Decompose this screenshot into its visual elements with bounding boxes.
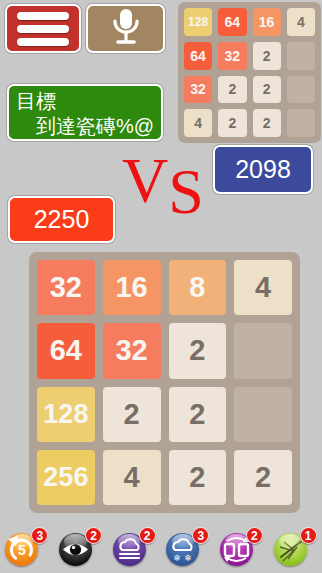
opponent-board: 12864164643223222422 (178, 2, 321, 143)
powerup-snow-button[interactable]: ❄ ❄ 3 (164, 527, 211, 572)
tile-2: 2 (169, 387, 227, 442)
tile-4: 4 (234, 260, 292, 315)
badge-count: 2 (85, 527, 102, 544)
empty-cell (234, 323, 292, 378)
powerup-bar: 5 3 2 2 (0, 527, 322, 572)
powerup-dragonfly-button[interactable]: 1 (272, 527, 319, 572)
microphone-icon (109, 7, 143, 51)
tile-128: 128 (37, 387, 95, 442)
tile-32: 32 (37, 260, 95, 315)
opponent-score-value: 2098 (235, 155, 291, 184)
tile-4: 4 (184, 109, 212, 137)
opponent-score-box: 2098 (213, 145, 313, 194)
tile-32: 32 (184, 76, 212, 104)
tile-2: 2 (253, 76, 281, 104)
svg-text:❄: ❄ (185, 553, 193, 563)
player-score-box: 2250 (8, 196, 115, 243)
tile-32: 32 (218, 42, 246, 70)
powerup-eye-button[interactable]: 2 (57, 527, 104, 572)
badge-count: 3 (31, 527, 48, 544)
microphone-button[interactable] (86, 4, 165, 53)
tile-2: 2 (234, 450, 292, 505)
tile-2: 2 (169, 323, 227, 378)
badge-count: 1 (300, 527, 317, 544)
powerup-undo5-button[interactable]: 5 3 (3, 527, 50, 572)
tile-2: 2 (218, 109, 246, 137)
tile-16: 16 (253, 8, 281, 36)
tile-16: 16 (103, 260, 161, 315)
tile-64: 64 (218, 8, 246, 36)
goal-box: 目標 到達瓷磚%@ (7, 84, 163, 141)
empty-cell (287, 76, 315, 104)
badge-count: 2 (139, 527, 156, 544)
app-background: 12864164643223222422 目標 到達瓷磚%@ 2098 VS 2… (0, 0, 322, 573)
badge-count: 2 (246, 527, 263, 544)
tile-128: 128 (184, 8, 212, 36)
tile-2: 2 (218, 76, 246, 104)
tile-8: 8 (169, 260, 227, 315)
hamburger-menu-icon (17, 38, 69, 46)
player-board[interactable]: 3216846432212822256422 (29, 252, 300, 513)
menu-button[interactable] (5, 4, 81, 53)
tile-32: 32 (103, 323, 161, 378)
tile-64: 64 (184, 42, 212, 70)
empty-cell (287, 42, 315, 70)
tile-4: 4 (287, 8, 315, 36)
empty-cell (287, 109, 315, 137)
tile-2: 2 (253, 109, 281, 137)
powerup-fog-button[interactable]: 2 (111, 527, 158, 572)
tile-2: 2 (253, 42, 281, 70)
player-score-value: 2250 (34, 205, 90, 234)
goal-title: 目標 (16, 89, 154, 114)
svg-text:5: 5 (18, 542, 26, 558)
badge-count: 3 (192, 527, 209, 544)
hamburger-menu-icon (17, 25, 69, 33)
vs-label: VS (118, 150, 208, 220)
powerup-swap-button[interactable]: 2 (218, 527, 265, 572)
tile-256: 256 (37, 450, 95, 505)
svg-text:❄: ❄ (174, 553, 182, 563)
hamburger-menu-icon (17, 12, 69, 20)
goal-subtitle: 到達瓷磚%@ (16, 114, 154, 139)
empty-cell (234, 387, 292, 442)
tile-64: 64 (37, 323, 95, 378)
tile-2: 2 (169, 450, 227, 505)
tile-2: 2 (103, 387, 161, 442)
tile-4: 4 (103, 450, 161, 505)
